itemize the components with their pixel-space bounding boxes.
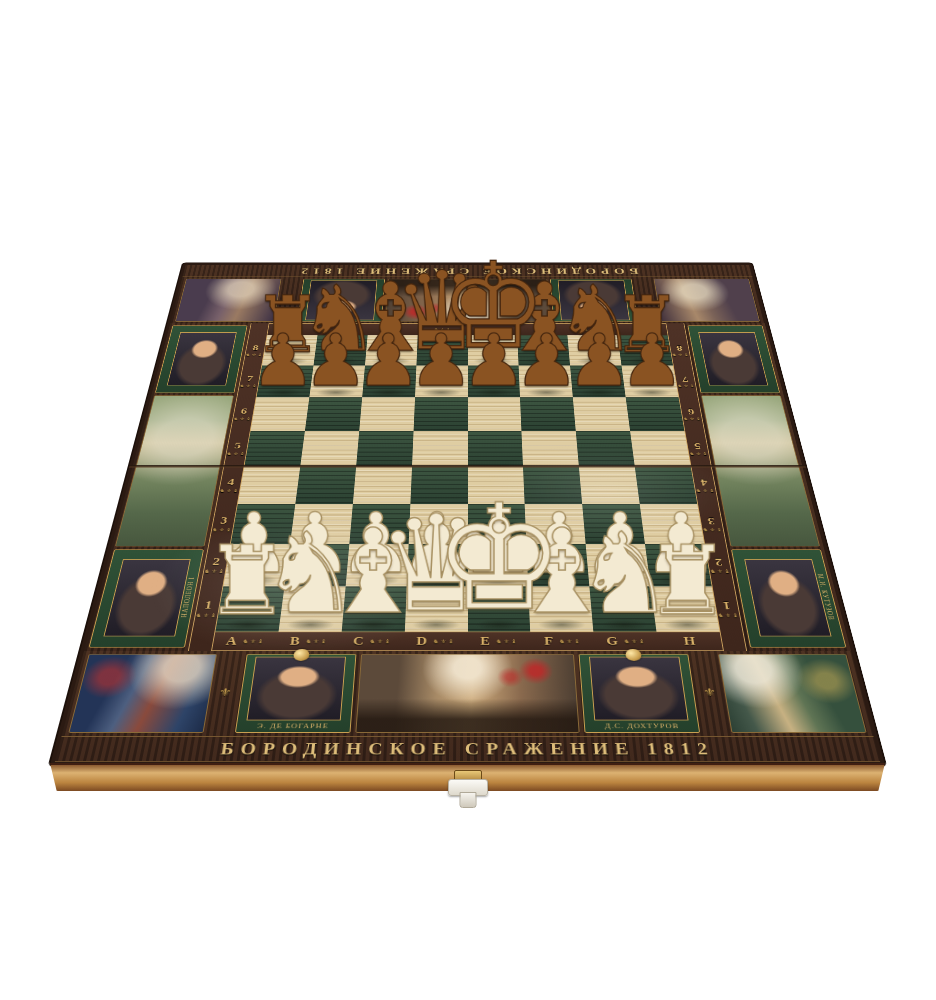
square-c3[interactable] [349,504,410,544]
product-photo-chess-box: БОРОДИНСКОЕ СРАЖЕНИЕ 1812 ⚜ ⚜ [0,0,936,1000]
rank-label-5: 5 [693,441,701,450]
strip-ornament-icon: ♞⚜♝ [717,612,740,618]
border-band-bottom: ⚜ Э. ДЕ БОГАРНЕ Д.С. ДОХТУРОВ ⚜ [55,651,880,762]
square-g4[interactable] [579,466,640,504]
file-label-e: E [480,635,490,648]
square-c5[interactable] [356,431,413,467]
square-f2[interactable] [527,544,590,586]
square-a8[interactable] [262,335,317,365]
square-e7[interactable] [468,366,521,398]
ornament-strip-top: ♞⚜♝♞⚜♝♞⚜♝♞⚜♝♞⚜♝♞⚜♝♞⚜♝♞⚜♝ [248,323,686,335]
square-g1[interactable] [590,586,657,631]
checkerboard [215,335,719,631]
strip-ornament-icon: ♞⚜♝ [695,488,716,493]
strip-ornament-icon: ♞⚜♝ [245,353,264,357]
strip-ornament-icon: ♞⚜♝ [203,568,226,574]
square-g6[interactable] [573,397,630,431]
square-a2[interactable] [223,544,290,586]
rank-label-1: 1 [722,599,731,611]
clasp-latch [446,770,490,804]
portrait-painting [589,657,688,721]
portrait-label: Э. ДЕ БОГАРНЕ [257,722,329,730]
square-e1[interactable] [468,586,531,631]
square-c8[interactable] [365,335,418,365]
strip-ornament-icon: ♞⚜♝ [239,384,258,388]
portrait-top-right [550,278,638,321]
strip-ornament-icon: ♞⚜♝ [623,638,646,644]
rank-label-1: 1 [204,599,213,611]
painting-russian-soldiers [718,654,866,733]
rank-label-5: 5 [234,441,242,450]
strip-ornament-icon: ♞⚜♝ [434,327,452,331]
rank-label-8: 8 [252,344,259,352]
strip-ornament-icon: ♞⚜♝ [533,327,551,331]
rank-label-7: 7 [246,374,254,382]
square-f6[interactable] [520,397,576,431]
rank-label-4: 4 [700,477,708,487]
strip-ornament-icon: ♞⚜♝ [432,638,455,644]
square-a3[interactable] [231,504,295,544]
strip-ornament-icon: ♞⚜♝ [558,638,581,644]
square-h4[interactable] [635,466,697,504]
square-h7[interactable] [622,366,679,398]
file-label-strip: A♞⚜♝B♞⚜♝C♞⚜♝D♞⚜♝E♞⚜♝F♞⚜♝G♞⚜♝H [188,632,747,651]
square-e3[interactable] [468,504,527,544]
square-a6[interactable] [251,397,310,431]
title-bottom: БОРОДИНСКОЕ СРАЖЕНИЕ 1812 [55,736,880,761]
rank-label-6: 6 [687,407,695,416]
square-f7[interactable] [519,366,573,398]
portrait-label: Д.С. ДОХТУРОВ [605,722,680,730]
painting-battle-bottom-center [355,654,580,733]
strip-ornament-icon: ♞⚜♝ [233,417,253,421]
square-b4[interactable] [295,466,356,504]
file-label-c: C [352,635,364,648]
square-c4[interactable] [353,466,412,504]
square-f1[interactable] [529,586,594,631]
rank-label-8: 8 [676,344,683,352]
strip-ornament-icon: ♞⚜♝ [369,638,392,644]
square-e6[interactable] [468,397,522,431]
portrait-painting [558,280,631,320]
square-b3[interactable] [290,504,353,544]
square-h1[interactable] [651,586,720,631]
square-c6[interactable] [359,397,415,431]
portrait-painting [247,657,346,721]
rank-label-2: 2 [714,556,723,567]
portrait-painting [167,332,236,385]
square-g5[interactable] [576,431,635,467]
square-b8[interactable] [313,335,367,365]
scroll-ornament-icon: ⚜ [277,278,299,321]
square-a7[interactable] [256,366,313,398]
square-a4[interactable] [238,466,300,504]
strip-ornament-icon: ♞⚜♝ [384,327,402,331]
square-h2[interactable] [645,544,712,586]
square-h5[interactable] [630,431,690,467]
square-c7[interactable] [362,366,416,398]
rank-label-4: 4 [227,477,235,487]
square-g8[interactable] [568,335,622,365]
strip-ornament-icon: ♞⚜♝ [671,353,690,357]
square-d3[interactable] [408,504,467,544]
square-e8[interactable] [468,335,519,365]
square-d1[interactable] [404,586,467,631]
painting-battle-top-center [385,278,550,321]
strip-ornament-icon: ♞⚜♝ [226,451,247,456]
square-a5[interactable] [244,431,304,467]
latch-tab [460,792,477,808]
square-e5[interactable] [468,431,524,467]
strip-ornament-icon: ♞⚜♝ [284,327,302,331]
medal-icon [625,649,642,661]
strip-ornament-icon: ♞⚜♝ [242,638,266,644]
strip-ornament-icon: ♞⚜♝ [195,612,218,618]
file-label-g: G [606,635,619,648]
painting-french-soldiers [68,654,216,733]
square-d4[interactable] [410,466,467,504]
portrait-napoleon: НАПОЛЕОН I [89,549,204,647]
square-a1[interactable] [215,586,284,631]
square-b6[interactable] [305,397,362,431]
strip-ornament-icon: ♞⚜♝ [305,638,328,644]
strip-ornament-icon: ♞⚜♝ [689,451,710,456]
fold-seam [129,465,806,468]
painting-corner-top-left [175,278,281,321]
square-b1[interactable] [278,586,345,631]
file-label-f: F [544,635,554,648]
strip-ornament-icon: ♞⚜♝ [709,568,732,574]
file-label-a: A [225,635,238,648]
portrait-painting [305,280,378,320]
strip-ornament-icon: ♞⚜♝ [219,488,240,493]
portrait-painting [698,332,767,385]
file-label-b: B [289,635,300,648]
border-band-top: БОРОДИНСКОЕ СРАЖЕНИЕ 1812 ⚜ ⚜ [170,265,765,324]
strip-ornament-icon: ♞⚜♝ [682,417,702,421]
file-label-h: H [683,635,696,648]
square-d5[interactable] [412,431,468,467]
file-label-d: D [416,635,427,648]
strip-ornament-icon: ♞⚜♝ [496,638,519,644]
square-b2[interactable] [284,544,349,586]
strip-ornament-icon: ♞⚜♝ [702,527,724,532]
strip-ornament-icon: ♞⚜♝ [583,327,601,331]
strip-ornament-icon: ♞⚜♝ [633,327,651,331]
rank-label-6: 6 [240,407,248,416]
portrait-painting [745,559,832,636]
chess-board-3d: БОРОДИНСКОЕ СРАЖЕНИЕ 1812 ⚜ ⚜ [50,263,885,765]
board-surface: БОРОДИНСКОЕ СРАЖЕНИЕ 1812 ⚜ ⚜ [50,263,885,765]
square-g7[interactable] [570,366,626,398]
portrait-painting [104,559,191,636]
portrait-left-upper [155,325,248,393]
square-h6[interactable] [626,397,685,431]
square-g2[interactable] [586,544,651,586]
square-d7[interactable] [415,366,468,398]
rank-label-2: 2 [212,556,221,567]
square-g3[interactable] [582,504,645,544]
square-d6[interactable] [413,397,467,431]
portrait-de-beauharnais: Э. ДЕ БОГАРНЕ [234,654,356,733]
square-c2[interactable] [345,544,408,586]
square-c1[interactable] [341,586,406,631]
square-h8[interactable] [618,335,673,365]
strip-ornament-icon: ♞⚜♝ [211,527,233,532]
rank-label-3: 3 [220,515,229,526]
square-f5[interactable] [522,431,579,467]
portrait-dokhturov: Д.С. ДОХТУРОВ [579,654,701,733]
strip-ornament-icon: ♞⚜♝ [483,327,501,331]
title-top: БОРОДИНСКОЕ СРАЖЕНИЕ 1812 [182,265,752,277]
square-h3[interactable] [640,504,704,544]
strip-ornament-icon: ♞⚜♝ [334,327,352,331]
square-f3[interactable] [525,504,586,544]
square-d8[interactable] [416,335,467,365]
rank-label-3: 3 [707,515,716,526]
strip-ornament-icon: ♞⚜♝ [677,384,696,388]
square-d2[interactable] [406,544,467,586]
rank-label-7: 7 [681,374,689,382]
square-e2[interactable] [468,544,529,586]
square-b5[interactable] [300,431,359,467]
portrait-top-left [297,278,385,321]
painting-corner-top-right [654,278,760,321]
square-b7[interactable] [309,366,365,398]
square-f4[interactable] [523,466,582,504]
portrait-right-upper [688,325,781,393]
square-f8[interactable] [518,335,571,365]
square-e4[interactable] [468,466,525,504]
